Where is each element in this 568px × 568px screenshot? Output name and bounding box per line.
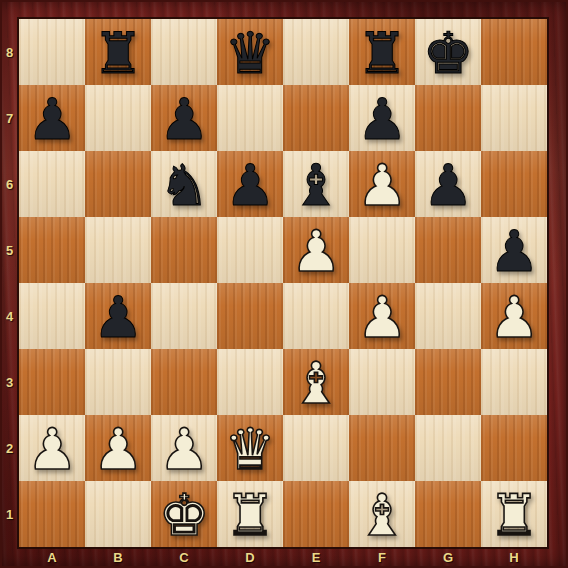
square-c6[interactable]: ♞: [151, 151, 217, 217]
black-pawn[interactable]: ♟: [224, 157, 275, 214]
rank-label-8: 8: [0, 19, 19, 85]
square-g8[interactable]: ♚: [415, 19, 481, 85]
square-d3[interactable]: [217, 349, 283, 415]
rank-label-7: 7: [0, 85, 19, 151]
black-queen[interactable]: ♛: [224, 25, 275, 82]
square-b5[interactable]: [85, 217, 151, 283]
square-a8[interactable]: [19, 19, 85, 85]
chess-board: ♜♛♜♚♟♟♟♞♟♝♟♟♟♟♟♟♟♝♟♟♟♛♚♜♝♜: [19, 19, 547, 547]
square-f6[interactable]: ♟: [349, 151, 415, 217]
square-c3[interactable]: [151, 349, 217, 415]
square-h7[interactable]: [481, 85, 547, 151]
square-f5[interactable]: [349, 217, 415, 283]
square-b3[interactable]: [85, 349, 151, 415]
square-e1[interactable]: [283, 481, 349, 547]
square-f1[interactable]: ♝: [349, 481, 415, 547]
square-a4[interactable]: [19, 283, 85, 349]
square-e7[interactable]: [283, 85, 349, 151]
square-c4[interactable]: [151, 283, 217, 349]
file-label-b: B: [85, 547, 151, 568]
square-d1[interactable]: ♜: [217, 481, 283, 547]
file-label-g: G: [415, 547, 481, 568]
file-label-d: D: [217, 547, 283, 568]
square-b2[interactable]: ♟: [85, 415, 151, 481]
square-g2[interactable]: [415, 415, 481, 481]
rank-label-3: 3: [0, 349, 19, 415]
file-label-e: E: [283, 547, 349, 568]
square-a7[interactable]: ♟: [19, 85, 85, 151]
square-g6[interactable]: ♟: [415, 151, 481, 217]
square-h3[interactable]: [481, 349, 547, 415]
rank-labels: 87654321: [0, 19, 19, 547]
square-c1[interactable]: ♚: [151, 481, 217, 547]
rank-label-4: 4: [0, 283, 19, 349]
square-e6[interactable]: ♝: [283, 151, 349, 217]
white-king[interactable]: ♚: [158, 487, 209, 544]
black-king[interactable]: ♚: [422, 25, 473, 82]
square-c2[interactable]: ♟: [151, 415, 217, 481]
black-pawn[interactable]: ♟: [488, 223, 539, 280]
file-label-h: H: [481, 547, 547, 568]
square-b6[interactable]: [85, 151, 151, 217]
square-d7[interactable]: [217, 85, 283, 151]
board-frame: 87654321 ABCDEFGH ♜♛♜♚♟♟♟♞♟♝♟♟♟♟♟♟♟♝♟♟♟♛…: [0, 0, 568, 568]
square-a2[interactable]: ♟: [19, 415, 85, 481]
black-pawn[interactable]: ♟: [422, 157, 473, 214]
file-label-a: A: [19, 547, 85, 568]
white-pawn[interactable]: ♟: [92, 421, 143, 478]
square-d4[interactable]: [217, 283, 283, 349]
black-pawn[interactable]: ♟: [158, 91, 209, 148]
square-g4[interactable]: [415, 283, 481, 349]
white-pawn[interactable]: ♟: [158, 421, 209, 478]
file-label-f: F: [349, 547, 415, 568]
square-h1[interactable]: ♜: [481, 481, 547, 547]
white-queen[interactable]: ♛: [224, 421, 275, 478]
square-h8[interactable]: [481, 19, 547, 85]
black-rook[interactable]: ♜: [92, 25, 143, 82]
white-pawn[interactable]: ♟: [26, 421, 77, 478]
rank-label-5: 5: [0, 217, 19, 283]
square-g3[interactable]: [415, 349, 481, 415]
white-pawn[interactable]: ♟: [356, 157, 407, 214]
black-pawn[interactable]: ♟: [26, 91, 77, 148]
square-g5[interactable]: [415, 217, 481, 283]
rank-label-2: 2: [0, 415, 19, 481]
square-f3[interactable]: [349, 349, 415, 415]
square-a3[interactable]: [19, 349, 85, 415]
square-e2[interactable]: [283, 415, 349, 481]
square-b1[interactable]: [85, 481, 151, 547]
square-a5[interactable]: [19, 217, 85, 283]
square-e3[interactable]: ♝: [283, 349, 349, 415]
white-bishop[interactable]: ♝: [290, 355, 341, 412]
square-h2[interactable]: [481, 415, 547, 481]
square-h5[interactable]: ♟: [481, 217, 547, 283]
square-d2[interactable]: ♛: [217, 415, 283, 481]
square-d5[interactable]: [217, 217, 283, 283]
black-pawn[interactable]: ♟: [356, 91, 407, 148]
black-pawn[interactable]: ♟: [92, 289, 143, 346]
black-knight[interactable]: ♞: [158, 157, 209, 214]
white-rook[interactable]: ♜: [488, 487, 539, 544]
white-pawn[interactable]: ♟: [488, 289, 539, 346]
square-a6[interactable]: [19, 151, 85, 217]
square-b8[interactable]: ♜: [85, 19, 151, 85]
square-g1[interactable]: [415, 481, 481, 547]
white-rook[interactable]: ♜: [224, 487, 275, 544]
square-f2[interactable]: [349, 415, 415, 481]
square-e5[interactable]: ♟: [283, 217, 349, 283]
white-pawn[interactable]: ♟: [290, 223, 341, 280]
square-b7[interactable]: [85, 85, 151, 151]
square-c7[interactable]: ♟: [151, 85, 217, 151]
file-labels: ABCDEFGH: [19, 547, 547, 568]
square-h6[interactable]: [481, 151, 547, 217]
rank-label-6: 6: [0, 151, 19, 217]
square-h4[interactable]: ♟: [481, 283, 547, 349]
square-d6[interactable]: ♟: [217, 151, 283, 217]
square-d8[interactable]: ♛: [217, 19, 283, 85]
white-bishop[interactable]: ♝: [356, 487, 407, 544]
square-b4[interactable]: ♟: [85, 283, 151, 349]
square-f7[interactable]: ♟: [349, 85, 415, 151]
square-f8[interactable]: ♜: [349, 19, 415, 85]
square-a1[interactable]: [19, 481, 85, 547]
square-e8[interactable]: [283, 19, 349, 85]
square-f4[interactable]: ♟: [349, 283, 415, 349]
square-c5[interactable]: [151, 217, 217, 283]
black-bishop[interactable]: ♝: [290, 157, 341, 214]
square-c8[interactable]: [151, 19, 217, 85]
square-e4[interactable]: [283, 283, 349, 349]
white-pawn[interactable]: ♟: [356, 289, 407, 346]
black-rook[interactable]: ♜: [356, 25, 407, 82]
file-label-c: C: [151, 547, 217, 568]
square-g7[interactable]: [415, 85, 481, 151]
rank-label-1: 1: [0, 481, 19, 547]
